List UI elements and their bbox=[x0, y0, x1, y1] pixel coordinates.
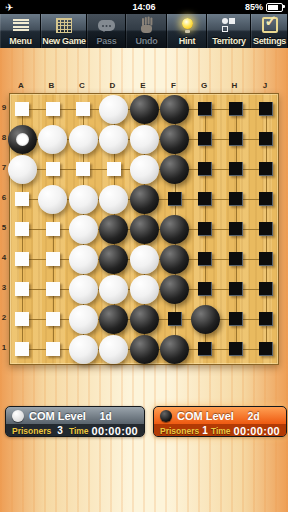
black-stone-E5[interactable] bbox=[130, 215, 159, 244]
white-stone-C6[interactable] bbox=[69, 185, 98, 214]
territory-button[interactable]: Territory bbox=[207, 14, 251, 48]
black-territory-G6 bbox=[198, 192, 212, 206]
black-territory-G8 bbox=[198, 132, 212, 146]
white-territory-A4 bbox=[15, 252, 29, 266]
col-label-J: J bbox=[258, 81, 272, 90]
white-stone-D6[interactable] bbox=[99, 185, 128, 214]
white-stone-E4[interactable] bbox=[130, 245, 159, 274]
white-territory-B1 bbox=[46, 342, 60, 356]
white-stone-C4[interactable] bbox=[69, 245, 98, 274]
white-territory-B7 bbox=[46, 162, 60, 176]
black-territory-G5 bbox=[198, 222, 212, 236]
battery-percent: 85% bbox=[245, 2, 263, 12]
pass-button[interactable]: Pass bbox=[87, 14, 126, 48]
white-stone-C8[interactable] bbox=[69, 125, 98, 154]
black-territory-H3 bbox=[229, 282, 243, 296]
white-territory-A2 bbox=[15, 312, 29, 326]
col-label-F: F bbox=[167, 81, 181, 90]
status-bar: ✈ 14:06 85% bbox=[0, 0, 288, 14]
black-territory-H1 bbox=[229, 342, 243, 356]
black-stone-E9[interactable] bbox=[130, 95, 159, 124]
speech-bubble-icon bbox=[98, 20, 115, 31]
undo-button[interactable]: Undo bbox=[126, 14, 167, 48]
white-stone-D8[interactable] bbox=[99, 125, 128, 154]
black-stone-D5[interactable] bbox=[99, 215, 128, 244]
black-territory-H4 bbox=[229, 252, 243, 266]
black-stone-F1[interactable] bbox=[160, 335, 189, 364]
battery-icon bbox=[266, 3, 283, 12]
black-stone-E1[interactable] bbox=[130, 335, 159, 364]
row-label-6: 6 bbox=[0, 193, 8, 202]
col-label-A: A bbox=[14, 81, 28, 90]
black-stone-E6[interactable] bbox=[130, 185, 159, 214]
black-stone-icon bbox=[160, 410, 172, 422]
board-grid-icon bbox=[56, 18, 72, 33]
black-stone-F3[interactable] bbox=[160, 275, 189, 304]
menu-label: Menu bbox=[9, 36, 31, 47]
black-territory-H7 bbox=[229, 162, 243, 176]
black-player-panel: COM Level 2d Prisoners 1 Time 00:00:00 bbox=[153, 406, 287, 437]
hand-icon bbox=[139, 18, 154, 33]
black-time-value: 00:00:00 bbox=[234, 425, 280, 437]
airplane-mode-icon: ✈ bbox=[5, 2, 13, 13]
white-territory-B5 bbox=[46, 222, 60, 236]
white-territory-A5 bbox=[15, 222, 29, 236]
black-stone-F5[interactable] bbox=[160, 215, 189, 244]
black-stone-E2[interactable] bbox=[130, 305, 159, 334]
black-stone-F7[interactable] bbox=[160, 155, 189, 184]
black-stone-D2[interactable] bbox=[99, 305, 128, 334]
black-territory-H9 bbox=[229, 102, 243, 116]
white-player-rank: 1d bbox=[100, 411, 112, 422]
white-stone-B8[interactable] bbox=[38, 125, 67, 154]
black-time-label: Time bbox=[211, 426, 231, 436]
black-territory-F6 bbox=[168, 192, 182, 206]
territory-label: Territory bbox=[212, 36, 246, 47]
new-game-button[interactable]: New Game bbox=[41, 14, 87, 48]
white-prisoners-label: Prisoners bbox=[12, 426, 51, 436]
white-stone-E7[interactable] bbox=[130, 155, 159, 184]
white-territory-B4 bbox=[46, 252, 60, 266]
hint-label: Hint bbox=[179, 36, 195, 47]
white-time-value: 00:00:00 bbox=[92, 425, 138, 437]
lightbulb-icon bbox=[182, 18, 193, 29]
black-territory-H6 bbox=[229, 192, 243, 206]
black-territory-J3 bbox=[259, 282, 273, 296]
row-label-5: 5 bbox=[0, 223, 8, 232]
white-stone-C3[interactable] bbox=[69, 275, 98, 304]
white-stone-D1[interactable] bbox=[99, 335, 128, 364]
new-game-label: New Game bbox=[42, 36, 86, 47]
white-territory-B2 bbox=[46, 312, 60, 326]
pass-label: Pass bbox=[97, 36, 117, 47]
black-territory-J8 bbox=[259, 132, 273, 146]
row-label-4: 4 bbox=[0, 253, 8, 262]
black-territory-J9 bbox=[259, 102, 273, 116]
white-stone-C2[interactable] bbox=[69, 305, 98, 334]
row-label-1: 1 bbox=[0, 343, 8, 352]
black-prisoners-label: Prisoners bbox=[160, 426, 199, 436]
col-label-D: D bbox=[106, 81, 120, 90]
black-stone-G2[interactable] bbox=[191, 305, 220, 334]
black-territory-F2 bbox=[168, 312, 182, 326]
col-label-B: B bbox=[45, 81, 59, 90]
black-player-rank: 2d bbox=[248, 411, 260, 422]
white-territory-A3 bbox=[15, 282, 29, 296]
white-stone-E3[interactable] bbox=[130, 275, 159, 304]
black-territory-H8 bbox=[229, 132, 243, 146]
col-label-E: E bbox=[136, 81, 150, 90]
black-player-name: COM Level bbox=[177, 410, 234, 422]
black-territory-H2 bbox=[229, 312, 243, 326]
white-stone-E8[interactable] bbox=[130, 125, 159, 154]
dead-stone-marker-A8 bbox=[16, 133, 29, 146]
black-territory-J6 bbox=[259, 192, 273, 206]
black-stone-F4[interactable] bbox=[160, 245, 189, 274]
black-prisoners-count: 1 bbox=[202, 425, 208, 436]
white-player-panel: COM Level 1d Prisoners 3 Time 00:00:00 bbox=[5, 406, 145, 437]
black-stone-D4[interactable] bbox=[99, 245, 128, 274]
checkbox-icon bbox=[262, 17, 278, 33]
white-territory-B9 bbox=[46, 102, 60, 116]
col-label-C: C bbox=[75, 81, 89, 90]
row-label-3: 3 bbox=[0, 283, 8, 292]
row-label-8: 8 bbox=[0, 133, 8, 142]
black-territory-J2 bbox=[259, 312, 273, 326]
white-stone-B6[interactable] bbox=[38, 185, 67, 214]
menu-icon bbox=[13, 19, 29, 32]
black-territory-J4 bbox=[259, 252, 273, 266]
hint-button[interactable]: Hint bbox=[167, 14, 207, 48]
toolbar: Menu New Game Pass Undo Hint Territory S… bbox=[0, 14, 288, 48]
white-time-label: Time bbox=[69, 426, 89, 436]
black-territory-J7 bbox=[259, 162, 273, 176]
col-label-G: G bbox=[197, 81, 211, 90]
white-stone-A7[interactable] bbox=[8, 155, 37, 184]
undo-label: Undo bbox=[136, 36, 158, 47]
menu-button[interactable]: Menu bbox=[0, 14, 41, 48]
white-territory-A1 bbox=[15, 342, 29, 356]
white-territory-C7 bbox=[76, 162, 90, 176]
white-territory-C9 bbox=[76, 102, 90, 116]
black-stone-A8-dead[interactable] bbox=[8, 125, 37, 154]
shapes-icon bbox=[221, 18, 237, 32]
row-label-9: 9 bbox=[0, 103, 8, 112]
white-stone-C1[interactable] bbox=[69, 335, 98, 364]
white-stone-D9[interactable] bbox=[99, 95, 128, 124]
white-territory-A9 bbox=[15, 102, 29, 116]
black-stone-F8[interactable] bbox=[160, 125, 189, 154]
black-territory-G1 bbox=[198, 342, 212, 356]
settings-button[interactable]: Settings bbox=[251, 14, 288, 48]
row-label-7: 7 bbox=[0, 163, 8, 172]
row-label-2: 2 bbox=[0, 313, 8, 322]
col-label-H: H bbox=[228, 81, 242, 90]
white-territory-B3 bbox=[46, 282, 60, 296]
black-territory-G3 bbox=[198, 282, 212, 296]
black-territory-G9 bbox=[198, 102, 212, 116]
white-stone-C5[interactable] bbox=[69, 215, 98, 244]
go-board[interactable] bbox=[9, 93, 279, 365]
black-territory-G4 bbox=[198, 252, 212, 266]
white-stone-icon bbox=[12, 410, 24, 422]
black-territory-G7 bbox=[198, 162, 212, 176]
white-stone-D3[interactable] bbox=[99, 275, 128, 304]
white-territory-D7 bbox=[107, 162, 121, 176]
white-player-name: COM Level bbox=[29, 410, 86, 422]
bamboo-background: ✈ 14:06 85% Menu New Game Pass Undo Hint bbox=[0, 0, 288, 512]
black-territory-J5 bbox=[259, 222, 273, 236]
black-territory-J1 bbox=[259, 342, 273, 356]
white-territory-A6 bbox=[15, 192, 29, 206]
black-territory-H5 bbox=[229, 222, 243, 236]
settings-label: Settings bbox=[253, 36, 286, 47]
white-prisoners-count: 3 bbox=[54, 425, 66, 436]
black-stone-F9[interactable] bbox=[160, 95, 189, 124]
